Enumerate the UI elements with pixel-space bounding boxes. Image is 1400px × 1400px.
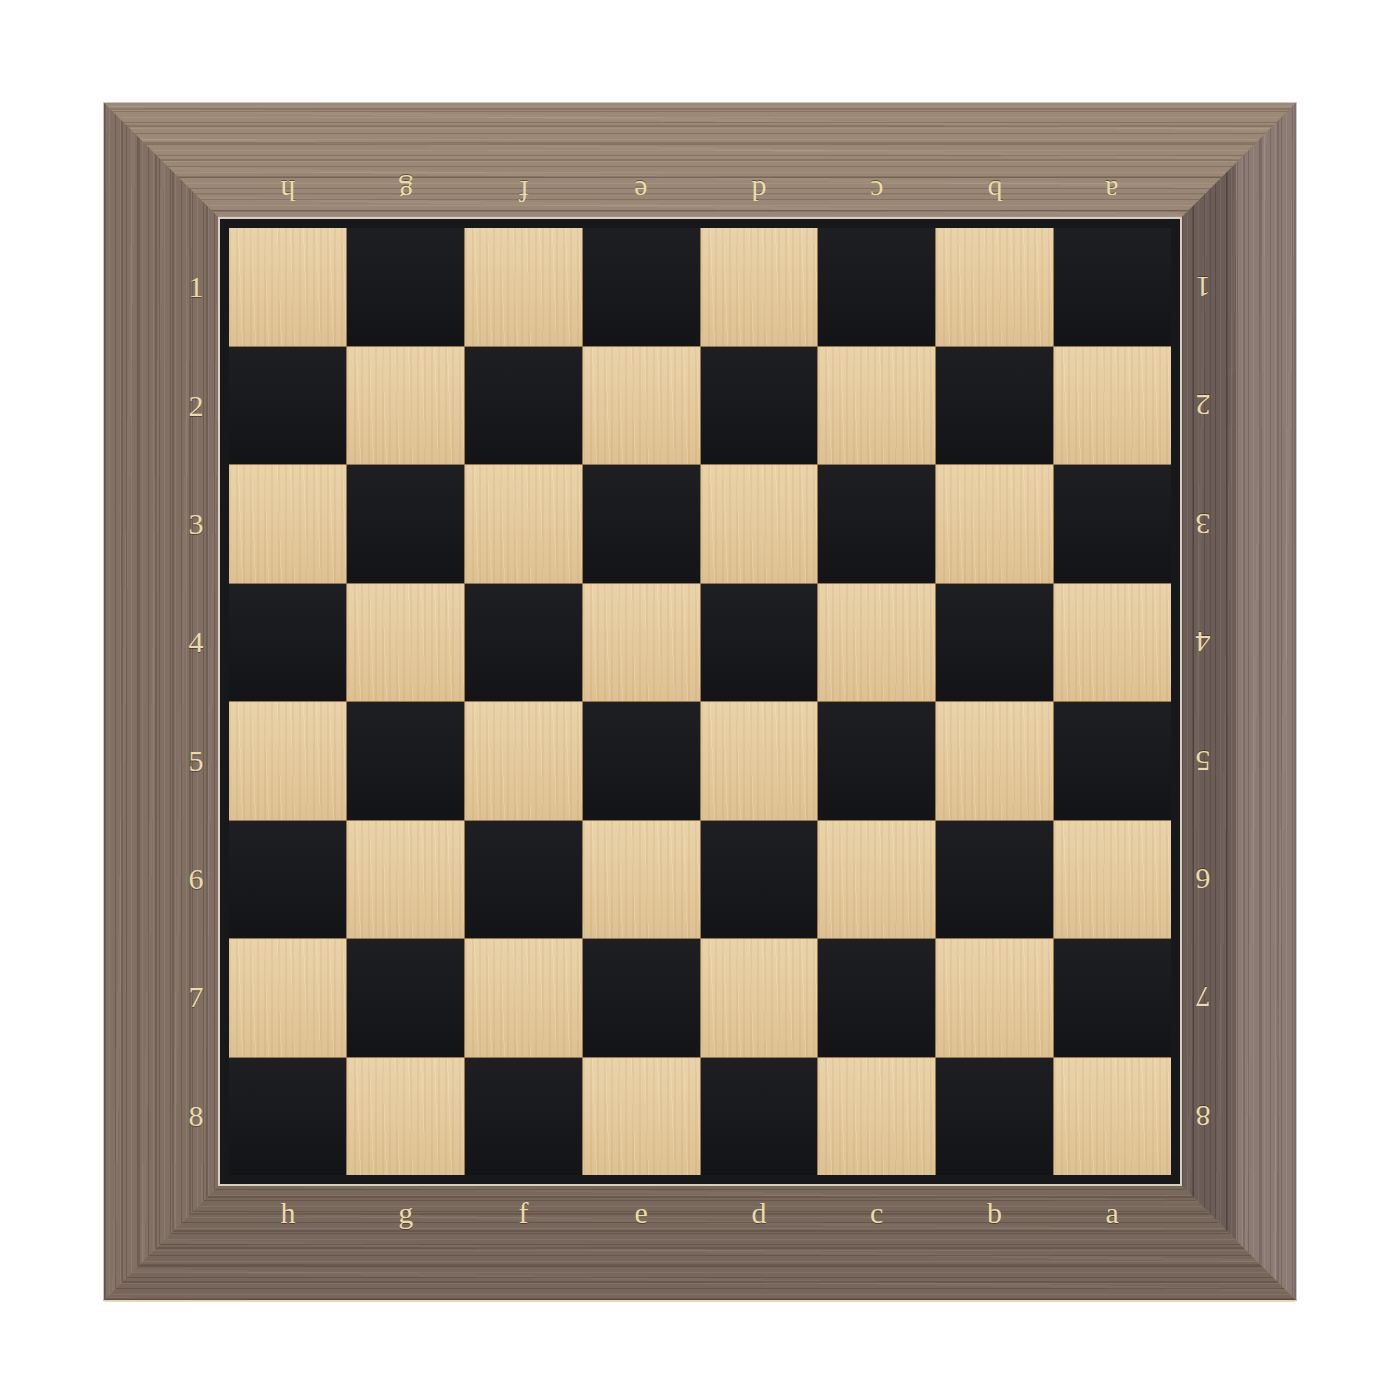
square-d5[interactable]: [701, 702, 818, 820]
square-a3[interactable]: [1054, 465, 1171, 583]
square-d8[interactable]: [701, 1058, 818, 1176]
square-e8[interactable]: [583, 1058, 700, 1176]
square-g6[interactable]: [347, 821, 464, 939]
square-a5[interactable]: [1054, 702, 1171, 820]
square-b2[interactable]: [936, 347, 1053, 465]
square-g3[interactable]: [347, 465, 464, 583]
square-e2[interactable]: [583, 347, 700, 465]
square-b3[interactable]: [936, 465, 1053, 583]
square-g5[interactable]: [347, 702, 464, 820]
square-e1[interactable]: [583, 228, 700, 346]
square-g8[interactable]: [347, 1058, 464, 1176]
square-a8[interactable]: [1054, 1058, 1171, 1176]
square-h6[interactable]: [229, 821, 346, 939]
square-f1[interactable]: [465, 228, 582, 346]
square-h5[interactable]: [229, 702, 346, 820]
square-f6[interactable]: [465, 821, 582, 939]
square-a4[interactable]: [1054, 584, 1171, 702]
square-c2[interactable]: [818, 347, 935, 465]
square-g7[interactable]: [347, 939, 464, 1057]
square-a7[interactable]: [1054, 939, 1171, 1057]
photo-background: hgfedcba hgfedcba 12345678 12345678: [0, 0, 1400, 1400]
square-d1[interactable]: [701, 228, 818, 346]
square-g4[interactable]: [347, 584, 464, 702]
square-f4[interactable]: [465, 584, 582, 702]
square-h2[interactable]: [229, 347, 346, 465]
square-d4[interactable]: [701, 584, 818, 702]
square-h4[interactable]: [229, 584, 346, 702]
square-b1[interactable]: [936, 228, 1053, 346]
chessboard: hgfedcba hgfedcba 12345678 12345678: [104, 103, 1296, 1300]
square-f3[interactable]: [465, 465, 582, 583]
square-c5[interactable]: [818, 702, 935, 820]
square-e5[interactable]: [583, 702, 700, 820]
square-b8[interactable]: [936, 1058, 1053, 1176]
square-a2[interactable]: [1054, 347, 1171, 465]
square-b6[interactable]: [936, 821, 1053, 939]
square-b4[interactable]: [936, 584, 1053, 702]
square-g1[interactable]: [347, 228, 464, 346]
square-h1[interactable]: [229, 228, 346, 346]
playing-area: [218, 217, 1182, 1186]
square-d2[interactable]: [701, 347, 818, 465]
squares-grid: [229, 228, 1171, 1175]
square-c7[interactable]: [818, 939, 935, 1057]
square-f7[interactable]: [465, 939, 582, 1057]
square-g2[interactable]: [347, 347, 464, 465]
square-c1[interactable]: [818, 228, 935, 346]
square-a6[interactable]: [1054, 821, 1171, 939]
square-c6[interactable]: [818, 821, 935, 939]
square-e4[interactable]: [583, 584, 700, 702]
square-f2[interactable]: [465, 347, 582, 465]
square-e6[interactable]: [583, 821, 700, 939]
square-d3[interactable]: [701, 465, 818, 583]
square-c4[interactable]: [818, 584, 935, 702]
square-d6[interactable]: [701, 821, 818, 939]
square-h3[interactable]: [229, 465, 346, 583]
square-f8[interactable]: [465, 1058, 582, 1176]
square-c8[interactable]: [818, 1058, 935, 1176]
square-e3[interactable]: [583, 465, 700, 583]
square-e7[interactable]: [583, 939, 700, 1057]
square-b5[interactable]: [936, 702, 1053, 820]
square-b7[interactable]: [936, 939, 1053, 1057]
square-a1[interactable]: [1054, 228, 1171, 346]
square-h7[interactable]: [229, 939, 346, 1057]
square-f5[interactable]: [465, 702, 582, 820]
square-c3[interactable]: [818, 465, 935, 583]
square-h8[interactable]: [229, 1058, 346, 1176]
square-d7[interactable]: [701, 939, 818, 1057]
